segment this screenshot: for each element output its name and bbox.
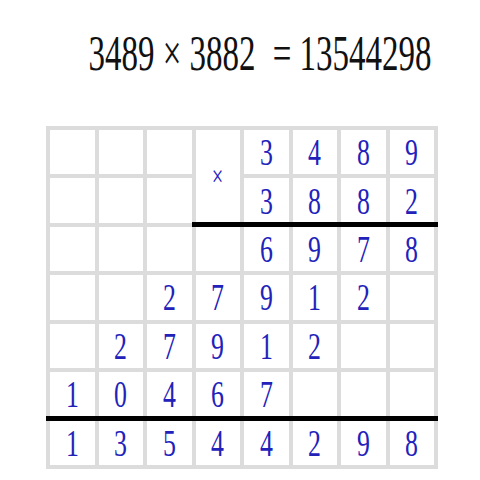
- digit-glyph: 2: [405, 182, 418, 220]
- operator-cell: ×: [196, 130, 241, 223]
- digit-glyph: 4: [163, 375, 176, 413]
- digit-cell: 3: [244, 130, 289, 174]
- digit-glyph: 0: [114, 375, 127, 413]
- empty-cell: [50, 178, 95, 222]
- empty-cell: [147, 227, 192, 271]
- digit-glyph: 8: [357, 182, 370, 220]
- empty-cell: [341, 324, 386, 368]
- empty-cell: [390, 275, 435, 319]
- empty-cell: [341, 372, 386, 416]
- empty-cell: [99, 178, 144, 222]
- digit-glyph: 7: [163, 327, 176, 365]
- digit-cell: 1: [50, 421, 95, 465]
- digit-cell: 0: [99, 372, 144, 416]
- digit-glyph: 2: [357, 278, 370, 316]
- digit-cell: 5: [147, 421, 192, 465]
- digit-cell: 9: [390, 130, 435, 174]
- empty-cell: [390, 324, 435, 368]
- digit-glyph: 6: [211, 375, 224, 413]
- digit-cell: 4: [293, 130, 338, 174]
- digit-glyph: 7: [357, 230, 370, 268]
- digit-glyph: 3: [260, 133, 273, 171]
- digit-cell: 9: [341, 421, 386, 465]
- digit-cell: 3: [99, 421, 144, 465]
- digit-cell: 1: [244, 324, 289, 368]
- digit-glyph: 1: [66, 375, 79, 413]
- digit-glyph: 4: [260, 424, 273, 462]
- digit-glyph: 7: [211, 278, 224, 316]
- digit-glyph: 1: [66, 424, 79, 462]
- digit-glyph: 9: [211, 327, 224, 365]
- digit-cell: 2: [147, 275, 192, 319]
- digit-cell: 2: [341, 275, 386, 319]
- equation-left: 3489 × 3882: [88, 25, 255, 81]
- digit-glyph: 8: [357, 133, 370, 171]
- digit-glyph: 2: [308, 327, 321, 365]
- digit-glyph: 1: [308, 278, 321, 316]
- digit-cell: 2: [390, 178, 435, 222]
- equation: 3489 × 3882= 13544298: [0, 28, 480, 78]
- digit-glyph: 2: [163, 278, 176, 316]
- digit-cell: 2: [293, 421, 338, 465]
- equation-right: = 13544298: [273, 25, 432, 81]
- digit-cell: 7: [147, 324, 192, 368]
- digit-cell: 1: [293, 275, 338, 319]
- digit-cell: 2: [293, 324, 338, 368]
- digit-glyph: 1: [260, 327, 273, 365]
- digit-glyph: 7: [260, 375, 273, 413]
- digit-cell: 6: [196, 372, 241, 416]
- digit-glyph: 5: [163, 424, 176, 462]
- digit-cell: 9: [196, 324, 241, 368]
- digit-glyph: 2: [308, 424, 321, 462]
- digit-cell: 7: [244, 372, 289, 416]
- digit-glyph: 9: [308, 230, 321, 268]
- empty-cell: [50, 275, 95, 319]
- empty-cell: [50, 324, 95, 368]
- digit-glyph: 9: [260, 278, 273, 316]
- empty-cell: [147, 178, 192, 222]
- empty-cell: [99, 227, 144, 271]
- product-rule-line: [46, 416, 438, 421]
- product-rule-line: [192, 222, 439, 227]
- empty-cell: [99, 130, 144, 174]
- multiplication-grid: ×34893882697827912279121046713544298: [46, 126, 438, 469]
- digit-cell: 4: [244, 421, 289, 465]
- multiply-sign: ×: [212, 161, 224, 191]
- digit-cell: 3: [244, 178, 289, 222]
- digit-cell: 8: [293, 178, 338, 222]
- empty-cell: [99, 275, 144, 319]
- digit-cell: 6: [244, 227, 289, 271]
- empty-cell: [50, 130, 95, 174]
- digit-glyph: 8: [308, 182, 321, 220]
- empty-cell: [50, 227, 95, 271]
- digit-cell: 8: [390, 421, 435, 465]
- digit-glyph: 4: [211, 424, 224, 462]
- digit-cell: 4: [196, 421, 241, 465]
- digit-glyph: 3: [260, 182, 273, 220]
- digit-glyph: 3: [114, 424, 127, 462]
- empty-cell: [390, 372, 435, 416]
- digit-cell: 7: [341, 227, 386, 271]
- digit-cell: 1: [50, 372, 95, 416]
- digit-cell: 7: [196, 275, 241, 319]
- empty-cell: [147, 130, 192, 174]
- digit-cell: 8: [341, 178, 386, 222]
- digit-cell: 8: [390, 227, 435, 271]
- digit-glyph: 6: [260, 230, 273, 268]
- empty-cell: [293, 372, 338, 416]
- equation-text: 3489 × 3882= 13544298: [88, 28, 431, 78]
- digit-cell: 2: [99, 324, 144, 368]
- digit-glyph: 2: [114, 327, 127, 365]
- empty-cell: [196, 227, 241, 271]
- digit-glyph: 9: [405, 133, 418, 171]
- digit-glyph: 9: [357, 424, 370, 462]
- digit-cell: 9: [244, 275, 289, 319]
- digit-cell: 8: [341, 130, 386, 174]
- digit-glyph: 8: [405, 424, 418, 462]
- digit-cell: 9: [293, 227, 338, 271]
- digit-glyph: 8: [405, 230, 418, 268]
- digit-glyph: 4: [308, 133, 321, 171]
- digit-cell: 4: [147, 372, 192, 416]
